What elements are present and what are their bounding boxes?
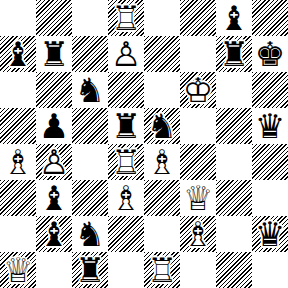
square-b5[interactable]: ♟♟ xyxy=(36,108,72,144)
piece-white-queen: ♛♕ xyxy=(0,252,36,288)
square-d3[interactable]: ♝♗ xyxy=(108,180,144,216)
square-h5[interactable]: ♛♛ xyxy=(252,108,288,144)
piece-black-rook: ♜♜ xyxy=(36,36,72,72)
square-c6[interactable]: ♞♞ xyxy=(72,72,108,108)
piece-black-queen: ♛♛ xyxy=(252,108,288,144)
piece-black-knight: ♞♞ xyxy=(72,216,108,252)
square-a5[interactable] xyxy=(0,108,36,144)
square-e4[interactable]: ♝♗ xyxy=(144,144,180,180)
square-c5[interactable] xyxy=(72,108,108,144)
square-f2[interactable]: ♝♗ xyxy=(180,216,216,252)
square-b8[interactable] xyxy=(36,0,72,36)
piece-black-bishop: ♝♝ xyxy=(36,216,72,252)
square-g6[interactable] xyxy=(216,72,252,108)
square-a1[interactable]: ♛♕ xyxy=(0,252,36,288)
square-d4[interactable]: ♜♖ xyxy=(108,144,144,180)
square-h7[interactable]: ♚♚ xyxy=(252,36,288,72)
square-g2[interactable] xyxy=(216,216,252,252)
square-f5[interactable] xyxy=(180,108,216,144)
square-e7[interactable] xyxy=(144,36,180,72)
piece-black-knight: ♞♞ xyxy=(144,108,180,144)
square-h6[interactable] xyxy=(252,72,288,108)
square-g1[interactable] xyxy=(216,252,252,288)
square-e3[interactable] xyxy=(144,180,180,216)
square-b6[interactable] xyxy=(36,72,72,108)
chess-board: ♜♖♝♝♝♝♜♜♟♙♜♜♚♚♞♞♚♔♟♟♜♜♞♞♛♛♝♗♟♙♜♖♝♗♝♝♝♗♛♕… xyxy=(0,0,288,288)
square-d7[interactable]: ♟♙ xyxy=(108,36,144,72)
square-f1[interactable] xyxy=(180,252,216,288)
square-h2[interactable]: ♛♛ xyxy=(252,216,288,252)
square-h4[interactable] xyxy=(252,144,288,180)
square-a2[interactable] xyxy=(0,216,36,252)
square-c1[interactable]: ♜♜ xyxy=(72,252,108,288)
square-g4[interactable] xyxy=(216,144,252,180)
square-b3[interactable]: ♝♝ xyxy=(36,180,72,216)
piece-white-bishop: ♝♗ xyxy=(180,216,216,252)
square-f8[interactable] xyxy=(180,0,216,36)
square-h8[interactable] xyxy=(252,0,288,36)
piece-black-rook: ♜♜ xyxy=(72,252,108,288)
square-f6[interactable]: ♚♔ xyxy=(180,72,216,108)
square-a3[interactable] xyxy=(0,180,36,216)
piece-white-bishop: ♝♗ xyxy=(108,180,144,216)
square-b4[interactable]: ♟♙ xyxy=(36,144,72,180)
square-d1[interactable] xyxy=(108,252,144,288)
piece-black-queen: ♛♛ xyxy=(252,216,288,252)
piece-white-pawn: ♟♙ xyxy=(108,36,144,72)
piece-black-bishop: ♝♝ xyxy=(36,180,72,216)
piece-white-rook: ♜♖ xyxy=(144,252,180,288)
square-e5[interactable]: ♞♞ xyxy=(144,108,180,144)
square-b7[interactable]: ♜♜ xyxy=(36,36,72,72)
square-f7[interactable] xyxy=(180,36,216,72)
square-b2[interactable]: ♝♝ xyxy=(36,216,72,252)
piece-black-pawn: ♟♟ xyxy=(36,108,72,144)
square-d2[interactable] xyxy=(108,216,144,252)
square-a4[interactable]: ♝♗ xyxy=(0,144,36,180)
square-f3[interactable]: ♛♕ xyxy=(180,180,216,216)
square-c2[interactable]: ♞♞ xyxy=(72,216,108,252)
square-e2[interactable] xyxy=(144,216,180,252)
piece-white-bishop: ♝♗ xyxy=(0,144,36,180)
piece-black-bishop: ♝♝ xyxy=(0,36,36,72)
square-h1[interactable] xyxy=(252,252,288,288)
square-g3[interactable] xyxy=(216,180,252,216)
square-d5[interactable]: ♜♜ xyxy=(108,108,144,144)
square-a8[interactable] xyxy=(0,0,36,36)
square-a6[interactable] xyxy=(0,72,36,108)
square-f4[interactable] xyxy=(180,144,216,180)
piece-black-knight: ♞♞ xyxy=(72,72,108,108)
square-c3[interactable] xyxy=(72,180,108,216)
square-e1[interactable]: ♜♖ xyxy=(144,252,180,288)
square-g5[interactable] xyxy=(216,108,252,144)
piece-white-rook: ♜♖ xyxy=(108,144,144,180)
square-e8[interactable] xyxy=(144,0,180,36)
piece-white-queen: ♛♕ xyxy=(180,180,216,216)
piece-black-king: ♚♚ xyxy=(252,36,288,72)
piece-white-bishop: ♝♗ xyxy=(144,144,180,180)
square-c4[interactable] xyxy=(72,144,108,180)
square-g7[interactable]: ♜♜ xyxy=(216,36,252,72)
square-b1[interactable] xyxy=(36,252,72,288)
square-a7[interactable]: ♝♝ xyxy=(0,36,36,72)
piece-white-rook: ♜♖ xyxy=(108,0,144,36)
square-d6[interactable] xyxy=(108,72,144,108)
piece-white-pawn: ♟♙ xyxy=(36,144,72,180)
square-h3[interactable] xyxy=(252,180,288,216)
square-d8[interactable]: ♜♖ xyxy=(108,0,144,36)
square-g8[interactable]: ♝♝ xyxy=(216,0,252,36)
piece-black-rook: ♜♜ xyxy=(108,108,144,144)
piece-black-bishop: ♝♝ xyxy=(216,0,252,36)
square-e6[interactable] xyxy=(144,72,180,108)
square-c8[interactable] xyxy=(72,0,108,36)
piece-black-rook: ♜♜ xyxy=(216,36,252,72)
piece-white-king: ♚♔ xyxy=(180,72,216,108)
square-c7[interactable] xyxy=(72,36,108,72)
